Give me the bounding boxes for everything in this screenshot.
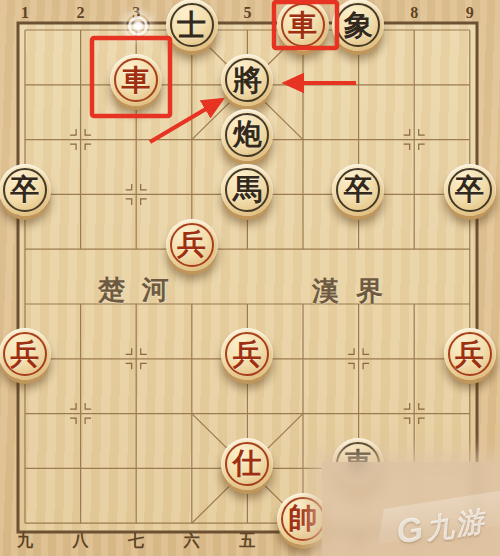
piece-glyph: 炮 — [233, 120, 262, 149]
piece-glyph: 帥 — [288, 504, 317, 533]
piece-black-soldier[interactable]: 卒 — [442, 167, 498, 222]
piece-red-chariot[interactable]: 車 — [275, 3, 331, 58]
piece-glyph: 象 — [344, 11, 373, 40]
piece-glyph: 馬 — [233, 175, 262, 204]
piece-black-soldier[interactable]: 卒 — [0, 167, 53, 222]
piece-black-soldier[interactable]: 卒 — [331, 167, 387, 222]
xiangqi-board: 123456789 九八七六五四三二一 楚河 漢界 士車象車將炮卒馬卒卒兵兵兵兵… — [0, 0, 500, 556]
piece-black-cannon[interactable]: 炮 — [219, 113, 275, 168]
piece-red-soldier[interactable]: 兵 — [219, 332, 275, 387]
piece-glyph: 兵 — [10, 340, 39, 369]
piece-black-advisor[interactable]: 士 — [164, 3, 220, 58]
piece-glyph: 卒 — [455, 175, 484, 204]
piece-glyph: 車 — [121, 66, 150, 95]
piece-glyph: 士 — [177, 11, 206, 40]
piece-glyph: 車 — [288, 11, 317, 40]
piece-glyph: 仕 — [233, 449, 262, 478]
piece-black-elephant[interactable]: 象 — [331, 3, 387, 58]
piece-black-horse[interactable]: 馬 — [219, 167, 275, 222]
piece-glyph: 卒 — [344, 175, 373, 204]
piece-red-soldier[interactable]: 兵 — [442, 332, 498, 387]
piece-red-soldier[interactable]: 兵 — [164, 222, 220, 277]
piece-glyph: 將 — [233, 66, 262, 95]
piece-glyph: 兵 — [177, 230, 206, 259]
watermark-g-icon: G — [393, 509, 425, 551]
piece-glyph: 卒 — [10, 175, 39, 204]
piece-red-soldier[interactable]: 兵 — [0, 332, 53, 387]
piece-red-advisor[interactable]: 仕 — [219, 441, 275, 496]
piece-glyph: 兵 — [455, 340, 484, 369]
piece-glyph: 兵 — [233, 340, 262, 369]
piece-red-chariot[interactable]: 車 — [108, 58, 164, 113]
piece-black-general[interactable]: 將 — [219, 58, 275, 113]
